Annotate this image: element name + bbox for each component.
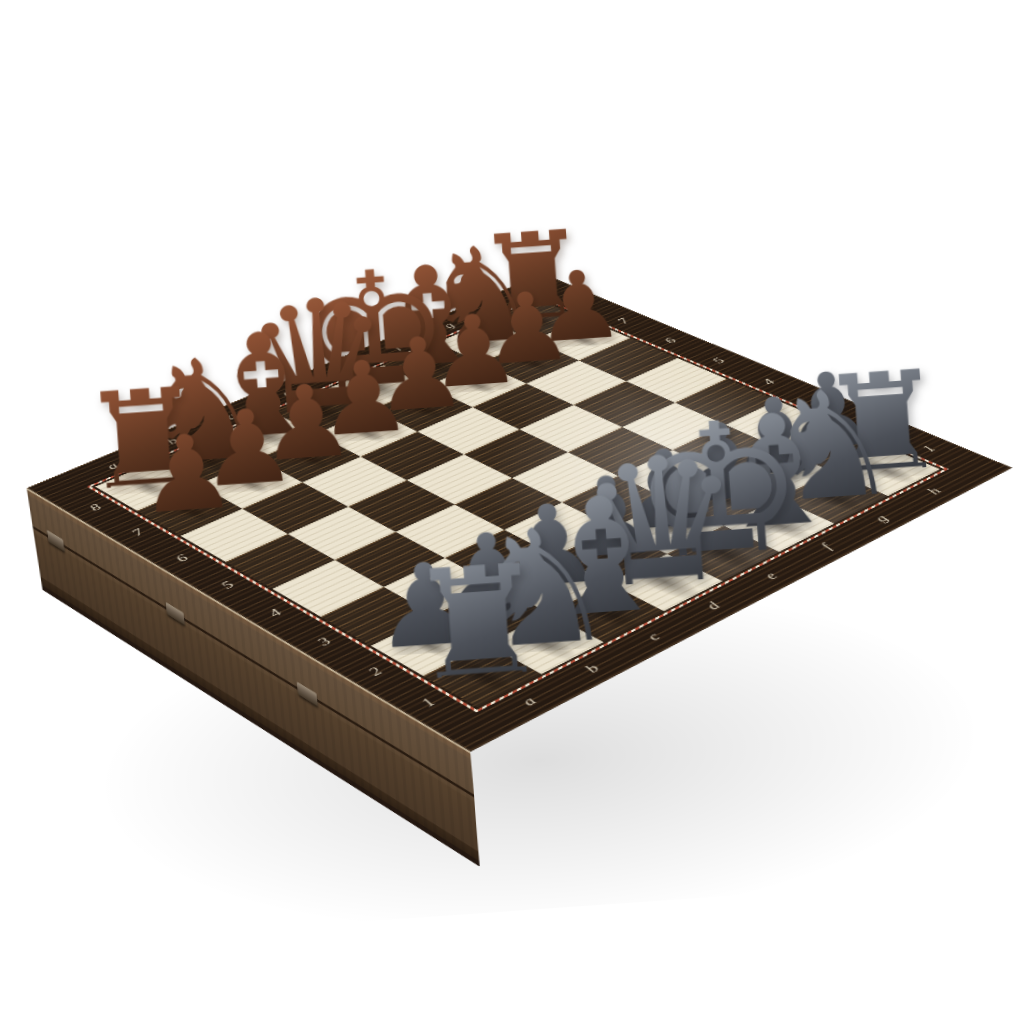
copper-pawn-icon: ♟: [53, 270, 310, 518]
product-photo-stage: 87654321 87654321 hgfedcba hgfedcba ♜♞♝♛…: [0, 0, 1024, 1024]
hinge-icon: [47, 530, 65, 552]
hinge-icon: [297, 682, 318, 707]
silver-rook-icon: ♜: [330, 407, 617, 683]
hinge-icon: [166, 602, 186, 625]
